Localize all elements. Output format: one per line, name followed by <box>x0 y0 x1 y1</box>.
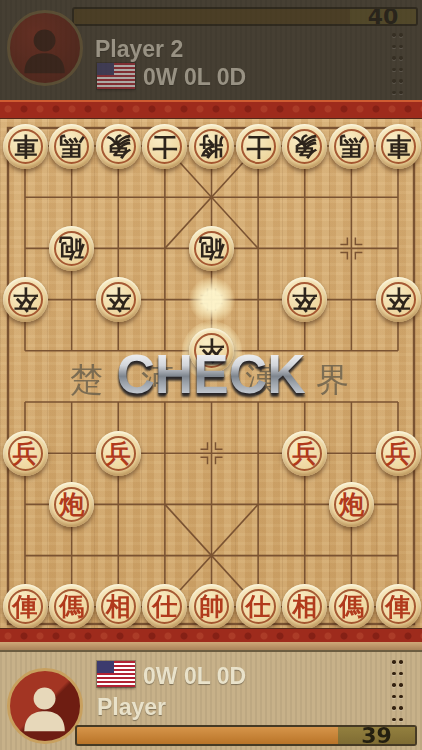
player-record: 0W 0L 0D <box>143 663 246 690</box>
piece-character: 炮 <box>49 482 94 527</box>
piece-red-soldier[interactable]: 兵 <box>3 431 48 476</box>
piece-black-chariot[interactable]: 車 <box>3 124 48 169</box>
piece-black-advisor[interactable]: 士 <box>236 124 281 169</box>
piece-character: 傌 <box>329 584 374 629</box>
grip-dot <box>392 672 396 676</box>
piece-character: 卒 <box>376 277 421 322</box>
grip-dot <box>392 683 396 687</box>
piece-red-elephant[interactable]: 相 <box>96 584 141 629</box>
person-icon <box>16 21 73 78</box>
piece-black-advisor[interactable]: 士 <box>142 124 187 169</box>
piece-character: 將 <box>189 124 234 169</box>
grip-dot <box>399 45 403 49</box>
piece-red-chariot[interactable]: 俥 <box>376 584 421 629</box>
piece-character: 馬 <box>329 124 374 169</box>
piece-black-elephant[interactable]: 象 <box>96 124 141 169</box>
piece-red-general[interactable]: 帥 <box>189 584 234 629</box>
opponent-bar: 40 Player 2 0W 0L 0D <box>0 0 422 100</box>
piece-character: 砲 <box>49 226 94 271</box>
grip-dot <box>399 68 403 72</box>
piece-red-soldier[interactable]: 兵 <box>282 431 327 476</box>
check-banner: CHECK <box>11 345 412 405</box>
piece-character: 馬 <box>49 124 94 169</box>
grip-dot <box>399 695 403 699</box>
piece-black-chariot[interactable]: 車 <box>376 124 421 169</box>
player-timer-bar: 39 <box>75 725 417 746</box>
piece-character: 仕 <box>142 584 187 629</box>
opponent-avatar[interactable] <box>11 14 79 82</box>
grip-dot <box>392 660 396 664</box>
grip-dot <box>392 718 396 722</box>
grip-dot <box>392 56 396 60</box>
piece-red-horse[interactable]: 傌 <box>329 584 374 629</box>
piece-character: 相 <box>282 584 327 629</box>
grip-dot <box>399 33 403 37</box>
opponent-timer-segment: 40 <box>350 9 416 24</box>
xiangqi-board[interactable]: 楚河 漢界 車馬象士將士象馬車砲砲卒卒卒卒卒兵兵兵兵炮炮俥傌相仕帥仕相傌俥 CH… <box>0 119 422 628</box>
grip-dot <box>399 660 403 664</box>
piece-red-elephant[interactable]: 相 <box>282 584 327 629</box>
piece-red-soldier[interactable]: 兵 <box>96 431 141 476</box>
bottom-tan-strip <box>0 642 422 650</box>
grip-dot <box>399 706 403 710</box>
piece-character: 車 <box>3 124 48 169</box>
grip-dot <box>392 45 396 49</box>
player-name: Player <box>97 694 166 721</box>
grip-dot <box>399 718 403 722</box>
grip-dot <box>399 56 403 60</box>
piece-character: 砲 <box>189 226 234 271</box>
grip-dot <box>392 79 396 83</box>
piece-character: 士 <box>236 124 281 169</box>
piece-character: 相 <box>96 584 141 629</box>
player-timer-segment: 39 <box>338 727 415 744</box>
piece-red-cannon[interactable]: 炮 <box>49 482 94 527</box>
opponent-name: Player 2 <box>95 36 183 63</box>
piece-red-advisor[interactable]: 仕 <box>142 584 187 629</box>
piece-character: 俥 <box>3 584 48 629</box>
piece-character: 象 <box>96 124 141 169</box>
piece-character: 兵 <box>3 431 48 476</box>
grip-dot <box>392 91 396 95</box>
piece-character: 帥 <box>189 584 234 629</box>
piece-character: 車 <box>376 124 421 169</box>
grip-dot <box>399 79 403 83</box>
grip-dot <box>392 33 396 37</box>
piece-black-general[interactable]: 將 <box>189 124 234 169</box>
piece-character: 卒 <box>282 277 327 322</box>
piece-character: 卒 <box>3 277 48 322</box>
piece-red-advisor[interactable]: 仕 <box>236 584 281 629</box>
grip-dot <box>399 672 403 676</box>
piece-character: 象 <box>282 124 327 169</box>
piece-character: 兵 <box>282 431 327 476</box>
grip-dots <box>392 660 406 729</box>
piece-black-soldier[interactable]: 卒 <box>96 277 141 322</box>
grip-dot <box>399 91 403 95</box>
top-ornament-strip <box>0 100 422 119</box>
player-bar: 0W 0L 0D Player 39 <box>0 650 422 750</box>
grip-dot <box>392 68 396 72</box>
piece-red-soldier[interactable]: 兵 <box>376 431 421 476</box>
piece-black-cannon[interactable]: 砲 <box>49 226 94 271</box>
player-timer: 39 <box>361 725 392 746</box>
piece-black-soldier[interactable]: 卒 <box>376 277 421 322</box>
opponent-timer-bar: 40 <box>72 7 418 26</box>
piece-black-horse[interactable]: 馬 <box>49 124 94 169</box>
grip-dot <box>399 683 403 687</box>
grip-dot <box>392 706 396 710</box>
piece-red-chariot[interactable]: 俥 <box>3 584 48 629</box>
piece-character: 炮 <box>329 482 374 527</box>
person-icon <box>16 679 73 736</box>
piece-character: 傌 <box>49 584 94 629</box>
player-avatar[interactable] <box>11 672 79 740</box>
piece-red-horse[interactable]: 傌 <box>49 584 94 629</box>
piece-black-cannon[interactable]: 砲 <box>189 226 234 271</box>
piece-red-cannon[interactable]: 炮 <box>329 482 374 527</box>
grip-dot <box>392 695 396 699</box>
opponent-record: 0W 0L 0D <box>143 64 246 91</box>
piece-black-soldier[interactable]: 卒 <box>3 277 48 322</box>
bottom-ornament-strip <box>0 628 422 642</box>
opponent-timer: 40 <box>368 7 399 26</box>
piece-black-soldier[interactable]: 卒 <box>282 277 327 322</box>
piece-character: 兵 <box>376 431 421 476</box>
piece-black-horse[interactable]: 馬 <box>329 124 374 169</box>
xiangqi-app: 40 Player 2 0W 0L 0D 楚河 漢界 車馬象士將士象馬車砲砲卒卒… <box>0 0 422 750</box>
piece-character: 卒 <box>96 277 141 322</box>
piece-character: 俥 <box>376 584 421 629</box>
player-flag-icon <box>97 661 135 687</box>
opponent-flag-icon <box>97 63 135 89</box>
piece-character: 士 <box>142 124 187 169</box>
piece-character: 兵 <box>96 431 141 476</box>
piece-character: 仕 <box>236 584 281 629</box>
piece-black-elephant[interactable]: 象 <box>282 124 327 169</box>
grip-dots <box>392 33 406 102</box>
